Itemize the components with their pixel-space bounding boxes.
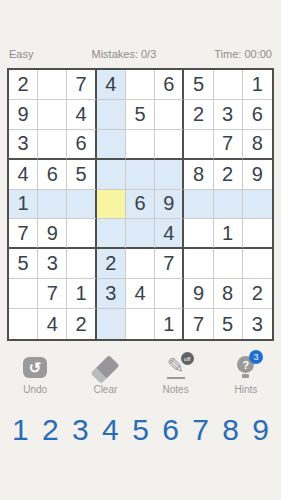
cell-r7c5[interactable] [126,249,155,279]
cell-r5c2[interactable] [38,190,67,220]
lightbulb-base [242,374,249,378]
cell-r9c8[interactable]: 5 [214,309,243,339]
cell-r3c2[interactable] [38,130,67,160]
cell-r2c9[interactable]: 6 [243,100,272,130]
cell-r2c5[interactable]: 5 [126,100,155,130]
clear-button[interactable]: Clear [70,352,140,400]
undo-arrow-icon: ↺ [23,357,47,378]
cell-r2c2[interactable] [38,100,67,130]
numpad-5[interactable]: 5 [132,413,149,446]
cell-r7c2[interactable]: 3 [38,249,67,279]
cell-r3c5[interactable] [126,130,155,160]
cell-r1c8[interactable] [214,70,243,100]
numpad-7[interactable]: 7 [192,413,209,446]
cell-r1c4[interactable]: 4 [97,70,126,100]
cell-r4c4[interactable] [97,160,126,190]
cell-r5c7[interactable] [184,190,213,220]
cell-r5c1[interactable]: 1 [9,190,38,220]
cell-r3c8[interactable]: 7 [214,130,243,160]
cell-r1c3[interactable]: 7 [67,70,96,100]
cell-r9c4[interactable] [97,309,126,339]
cell-r9c6[interactable]: 1 [155,309,184,339]
cell-r1c7[interactable]: 5 [184,70,213,100]
numpad-4[interactable]: 4 [102,413,119,446]
numpad-8[interactable]: 8 [222,413,239,446]
cell-r9c2[interactable]: 4 [38,309,67,339]
cell-r4c1[interactable]: 4 [9,160,38,190]
top-status-bar: Easy Mistakes: 0/3 Time: 00:00 [0,48,281,60]
notes-off-badge: off [181,352,194,365]
cell-r7c6[interactable]: 7 [155,249,184,279]
cell-r1c2[interactable] [38,70,67,100]
cell-r8c6[interactable] [155,279,184,309]
eraser-icon [91,355,120,384]
cell-r4c5[interactable] [126,160,155,190]
cell-r8c2[interactable]: 7 [38,279,67,309]
cell-r6c5[interactable] [126,219,155,249]
cell-r5c4[interactable] [97,190,126,220]
difficulty-label: Easy [9,48,33,60]
numpad-6[interactable]: 6 [162,413,179,446]
cell-r2c3[interactable]: 4 [67,100,96,130]
toolbar: ↺ Undo Clear ✎ off Notes ? 3 Hints [0,352,281,400]
cell-r2c1[interactable]: 9 [9,100,38,130]
cell-r8c4[interactable]: 3 [97,279,126,309]
cell-r9c3[interactable]: 2 [67,309,96,339]
timer: Time: 00:00 [214,48,272,60]
cell-r1c5[interactable] [126,70,155,100]
mistakes-counter: Mistakes: 0/3 [91,48,156,60]
hints-count-badge: 3 [249,350,263,364]
cell-r7c7[interactable] [184,249,213,279]
cell-r9c5[interactable] [126,309,155,339]
cell-r8c7[interactable]: 9 [184,279,213,309]
cell-r7c8[interactable] [214,249,243,279]
cell-r8c3[interactable]: 1 [67,279,96,309]
cell-r6c1[interactable]: 7 [9,219,38,249]
undo-label: Undo [23,384,47,395]
cell-r7c4[interactable]: 2 [97,249,126,279]
cell-r5c6[interactable]: 9 [155,190,184,220]
cell-r6c6[interactable]: 4 [155,219,184,249]
number-pad: 123456789 [0,413,281,446]
cell-r3c9[interactable]: 8 [243,130,272,160]
numpad-1[interactable]: 1 [12,413,29,446]
numpad-3[interactable]: 3 [72,413,89,446]
cell-r3c4[interactable] [97,130,126,160]
cell-r8c9[interactable]: 2 [243,279,272,309]
cell-r3c6[interactable] [155,130,184,160]
cell-r4c7[interactable]: 8 [184,160,213,190]
cell-r3c7[interactable] [184,130,213,160]
cell-r2c8[interactable]: 3 [214,100,243,130]
cell-r4c9[interactable]: 9 [243,160,272,190]
cell-r5c8[interactable] [214,190,243,220]
notes-label: Notes [163,384,189,395]
hints-button[interactable]: ? 3 Hints [211,352,281,400]
cell-r6c4[interactable] [97,219,126,249]
cell-r6c2[interactable]: 9 [38,219,67,249]
cell-r2c4[interactable] [97,100,126,130]
cell-r1c6[interactable]: 6 [155,70,184,100]
cell-r7c1[interactable]: 5 [9,249,38,279]
numpad-2[interactable]: 2 [42,413,59,446]
cell-r9c9[interactable]: 3 [243,309,272,339]
cell-r8c8[interactable]: 8 [214,279,243,309]
cell-r2c7[interactable]: 2 [184,100,213,130]
cell-r2c6[interactable] [155,100,184,130]
cell-r4c8[interactable]: 2 [214,160,243,190]
cell-r9c1[interactable] [9,309,38,339]
undo-button[interactable]: ↺ Undo [0,352,70,400]
notes-button[interactable]: ✎ off Notes [141,352,211,400]
cell-r8c1[interactable] [9,279,38,309]
cell-r9c7[interactable]: 7 [184,309,213,339]
cell-r1c9[interactable]: 1 [243,70,272,100]
cell-r6c3[interactable] [67,219,96,249]
cell-r5c5[interactable]: 6 [126,190,155,220]
cell-r4c2[interactable]: 6 [38,160,67,190]
cell-r6c8[interactable]: 1 [214,219,243,249]
cell-r5c9[interactable] [243,190,272,220]
cell-r6c9[interactable] [243,219,272,249]
cell-r4c3[interactable]: 5 [67,160,96,190]
clear-label: Clear [93,384,117,395]
cell-r3c3[interactable]: 6 [67,130,96,160]
cell-r8c5[interactable]: 4 [126,279,155,309]
cell-r5c3[interactable] [67,190,96,220]
sudoku-grid: 2746519452363678465829169794153277134982… [7,68,274,341]
numpad-9[interactable]: 9 [252,413,269,446]
hints-label: Hints [234,384,257,395]
cell-r7c9[interactable] [243,249,272,279]
cell-r7c3[interactable] [67,249,96,279]
cell-r4c6[interactable] [155,160,184,190]
cell-r3c1[interactable]: 3 [9,130,38,160]
cell-r6c7[interactable] [184,219,213,249]
cell-r1c1[interactable]: 2 [9,70,38,100]
pencil-underline [167,377,185,379]
